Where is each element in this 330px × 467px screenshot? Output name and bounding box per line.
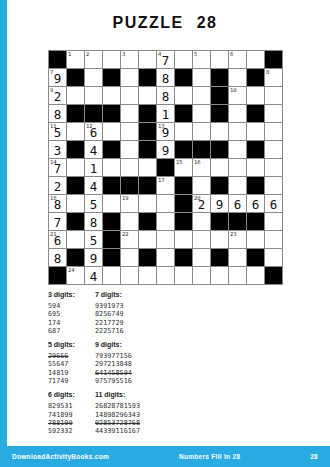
grid-cell[interactable] <box>121 141 138 158</box>
cell-digit: 1 <box>162 107 170 122</box>
cell-digit: 5 <box>90 233 98 248</box>
clue-number: 24 <box>68 267 75 273</box>
grid-cell-black <box>103 231 120 248</box>
clue-number: 3 <box>122 51 125 57</box>
clue-number: 19 <box>122 195 129 201</box>
grid-cell[interactable]: 115 <box>49 123 66 140</box>
grid-cell[interactable]: 2 <box>49 177 66 194</box>
grid-cell[interactable]: 3 <box>49 141 66 158</box>
answer-number: 594 <box>48 302 95 310</box>
grid-cell[interactable] <box>265 141 282 158</box>
grid-cell-black <box>247 141 264 158</box>
clue-number: 20 <box>194 195 201 201</box>
grid-cell-black <box>139 123 156 140</box>
grid-cell[interactable] <box>67 195 84 212</box>
answer-list-section: 11 digits:268287815931489829634392853728… <box>95 391 215 435</box>
clue-number: 1 <box>68 51 71 57</box>
grid-cell-black <box>121 177 138 194</box>
grid-cell[interactable]: 79 <box>49 69 66 86</box>
grid-cell[interactable] <box>67 231 84 248</box>
footer-page-number: 28 <box>310 453 318 460</box>
clue-number: 22 <box>122 231 129 237</box>
grid-cell[interactable]: 147 <box>49 159 66 176</box>
grid-cell[interactable] <box>193 69 210 86</box>
grid-cell[interactable] <box>175 51 192 68</box>
grid-cell[interactable] <box>229 123 246 140</box>
answer-number: 2217729 <box>95 319 215 327</box>
answer-number: 695 <box>48 310 95 318</box>
answer-number: 26828781593 <box>95 402 215 410</box>
answer-list-section: 5 digits:29666556471481971749 <box>48 341 95 385</box>
grid-cell-black <box>175 69 192 86</box>
cell-digit: 7 <box>162 53 170 68</box>
grid-cell[interactable]: 47 <box>157 51 174 68</box>
answer-number: 2225716 <box>95 327 215 335</box>
grid-cell[interactable] <box>265 105 282 122</box>
grid-cell[interactable] <box>193 213 210 230</box>
grid-cell[interactable] <box>139 231 156 248</box>
grid-cell[interactable] <box>157 231 174 248</box>
grid-cell[interactable] <box>175 123 192 140</box>
grid-cell-black <box>175 213 192 230</box>
clue-number: 11 <box>50 123 57 129</box>
grid-cell[interactable]: 16 <box>193 159 210 176</box>
grid-cell-black <box>139 105 156 122</box>
grid-cell-black <box>211 177 228 194</box>
grid-cell[interactable]: 1 <box>157 105 174 122</box>
cell-digit: 5 <box>90 197 98 212</box>
grid-cell-black <box>211 213 228 230</box>
cell-digit: 3 <box>54 143 62 158</box>
grid-cell[interactable] <box>229 105 246 122</box>
grid-cell[interactable] <box>211 231 228 248</box>
grid-cell[interactable] <box>193 105 210 122</box>
clue-number: 14 <box>50 159 57 165</box>
grid-cell[interactable] <box>103 123 120 140</box>
grid-cell[interactable]: 17 <box>157 177 174 194</box>
answer-number: 687 <box>48 327 95 335</box>
grid-cell-black <box>265 51 282 68</box>
grid-cell[interactable] <box>265 177 282 194</box>
cell-digit: 6 <box>234 197 242 212</box>
grid-cell-black <box>229 213 246 230</box>
grid-cell[interactable]: 5 <box>85 195 102 212</box>
cell-digit: 7 <box>54 215 62 230</box>
grid-cell[interactable] <box>121 69 138 86</box>
grid-cell-black <box>247 249 264 266</box>
grid-cell[interactable]: 9 <box>85 249 102 266</box>
clue-number: 17 <box>158 177 165 183</box>
grid-cell-black <box>103 141 120 158</box>
grid-cell[interactable]: 1 <box>85 159 102 176</box>
puzzle-page: PUZZLE 28 123475679889281081115126139349… <box>0 0 330 467</box>
grid-cell[interactable] <box>265 249 282 266</box>
answer-number: 788199 <box>48 419 95 427</box>
grid-cell-black <box>175 195 192 212</box>
answer-number: 55647 <box>48 360 95 368</box>
grid-cell[interactable] <box>121 213 138 230</box>
clue-number: 10 <box>230 87 237 93</box>
grid-cell[interactable]: 9 <box>211 195 228 212</box>
grid-cell[interactable] <box>265 213 282 230</box>
cell-digit: 4 <box>90 269 98 284</box>
grid-cell[interactable]: 8 <box>85 213 102 230</box>
grid-cell-black <box>247 105 264 122</box>
grid-cell[interactable]: 188 <box>49 195 66 212</box>
grid-cell[interactable]: 24 <box>67 267 84 284</box>
answer-number: 14819 <box>48 369 95 377</box>
grid-cell-black <box>103 69 120 86</box>
grid-cell-black <box>211 105 228 122</box>
cell-digit: 2 <box>54 89 62 104</box>
grid-cell[interactable] <box>103 267 120 284</box>
grid-cell[interactable] <box>103 51 120 68</box>
grid-cell[interactable]: 216 <box>49 231 66 248</box>
clue-number: 18 <box>50 195 57 201</box>
answer-number: 592332 <box>48 427 95 435</box>
answer-number: 92853728768 <box>95 419 215 427</box>
grid-cell[interactable]: 8 <box>49 105 66 122</box>
answer-list-row: 6 digits:82953174189978819959233211 digi… <box>48 391 215 435</box>
grid-cell[interactable]: 92 <box>49 87 66 104</box>
grid-cell[interactable] <box>265 123 282 140</box>
grid-cell[interactable] <box>265 231 282 248</box>
grid-cell[interactable] <box>139 51 156 68</box>
answer-list-header: 6 digits: <box>48 391 95 398</box>
answer-list-header: 11 digits: <box>95 391 215 398</box>
grid-cell[interactable] <box>229 267 246 284</box>
clue-number: 2 <box>86 51 89 57</box>
grid-cell[interactable]: 8 <box>49 249 66 266</box>
grid-cell[interactable] <box>121 249 138 266</box>
grid-cell[interactable] <box>193 267 210 284</box>
grid-cell[interactable] <box>67 123 84 140</box>
grid-cell[interactable]: 6 <box>229 51 246 68</box>
grid-cell[interactable] <box>85 87 102 104</box>
grid-cell-black <box>103 105 120 122</box>
answer-number: 44339116167 <box>95 427 215 435</box>
answer-number: 741899 <box>48 411 95 419</box>
grid-cell[interactable] <box>157 249 174 266</box>
grid-cell-black <box>139 141 156 158</box>
grid-cell-black <box>175 105 192 122</box>
answer-number: 793977156 <box>95 352 215 360</box>
grid-cell[interactable] <box>103 195 120 212</box>
answer-list-row: 5 digits:296665564714819717499 digits:79… <box>48 341 215 385</box>
grid-cell[interactable] <box>193 177 210 194</box>
grid-cell-black <box>157 159 174 176</box>
grid-cell[interactable] <box>157 267 174 284</box>
page-title: PUZZLE 28 <box>0 14 330 32</box>
grid-cell[interactable] <box>193 87 210 104</box>
grid-cell-black <box>211 87 228 104</box>
answer-number: 174 <box>48 319 95 327</box>
grid-cell[interactable] <box>247 267 264 284</box>
answer-number: 8256749 <box>95 310 215 318</box>
answer-list-row: 3 digits:5946951746877 digits:9391973825… <box>48 291 215 335</box>
grid-cell[interactable] <box>67 87 84 104</box>
clue-number: 15 <box>176 159 183 165</box>
clue-number: 8 <box>266 69 269 75</box>
grid-cell-black <box>103 213 120 230</box>
cell-digit: 4 <box>90 179 98 194</box>
grid-cell[interactable]: 19 <box>121 195 138 212</box>
clue-number: 13 <box>158 123 165 129</box>
grid-cell[interactable] <box>193 231 210 248</box>
grid-cell-black <box>139 177 156 194</box>
clue-number: 5 <box>194 51 197 57</box>
grid-cell[interactable]: 2 <box>85 51 102 68</box>
grid-cell[interactable]: 6 <box>265 195 282 212</box>
answer-number: 975795516 <box>95 377 215 385</box>
grid-cell[interactable]: 202 <box>193 195 210 212</box>
grid-cell[interactable] <box>175 267 192 284</box>
answer-list-section: 7 digits:9391973825674922177292225716 <box>95 291 215 335</box>
grid-cell[interactable]: 7 <box>49 213 66 230</box>
grid-cell[interactable]: 3 <box>121 51 138 68</box>
grid-cell-black <box>67 177 84 194</box>
grid-cell[interactable]: 23 <box>229 231 246 248</box>
answer-list-section: 9 digits:7939771562972138486414585949757… <box>95 341 215 385</box>
grid-cell-black <box>139 213 156 230</box>
grid-cell[interactable] <box>247 123 264 140</box>
grid-cell-black <box>85 105 102 122</box>
cell-digit: 8 <box>54 251 62 266</box>
grid-cell[interactable]: 5 <box>85 231 102 248</box>
grid-cell[interactable]: 22 <box>121 231 138 248</box>
grid-cell[interactable] <box>67 159 84 176</box>
answer-lists: 3 digits:5946951746877 digits:9391973825… <box>48 291 215 442</box>
grid-cell[interactable] <box>211 51 228 68</box>
grid-cell-black <box>49 51 66 68</box>
grid-cell-black <box>193 141 210 158</box>
grid-cell[interactable] <box>139 87 156 104</box>
cell-digit: 8 <box>162 89 170 104</box>
grid-cell-black <box>247 177 264 194</box>
grid-cell[interactable] <box>229 249 246 266</box>
grid-cell-black <box>265 267 282 284</box>
answer-list-header: 7 digits: <box>95 291 215 298</box>
left-accent-strip <box>0 0 7 467</box>
grid-cell[interactable]: 1 <box>67 51 84 68</box>
cell-digit: 9 <box>54 71 62 86</box>
answer-number: 641458594 <box>95 369 215 377</box>
grid-cell-black <box>175 249 192 266</box>
grid-cell[interactable] <box>229 141 246 158</box>
clue-number: 16 <box>194 159 201 165</box>
grid-cell-black <box>139 69 156 86</box>
clue-number: 4 <box>158 51 161 57</box>
answer-number: 71749 <box>48 377 95 385</box>
grid-cell-black <box>247 213 264 230</box>
footer-bar: DownloadActivityBooks.com Numbers Fill I… <box>0 446 330 467</box>
grid-cell-black <box>247 69 264 86</box>
grid-cell-black <box>67 105 84 122</box>
grid-cell[interactable] <box>265 159 282 176</box>
grid-cell[interactable] <box>175 87 192 104</box>
grid-cell[interactable]: 8 <box>265 69 282 86</box>
clue-number: 6 <box>230 51 233 57</box>
grid-cell[interactable] <box>157 195 174 212</box>
cell-digit: 4 <box>90 143 98 158</box>
grid-cell[interactable]: 4 <box>85 141 102 158</box>
answer-list-header: 9 digits: <box>95 341 215 348</box>
grid-cell[interactable]: 6 <box>247 195 264 212</box>
grid-cell[interactable]: 8 <box>157 87 174 104</box>
grid-cell-black <box>67 69 84 86</box>
grid-cell[interactable]: 4 <box>85 267 102 284</box>
grid-cell[interactable] <box>229 177 246 194</box>
grid-cell[interactable] <box>157 213 174 230</box>
grid-cell[interactable]: 15 <box>175 159 192 176</box>
grid-cell[interactable] <box>121 123 138 140</box>
cell-digit: 9 <box>162 143 170 158</box>
grid-cell[interactable] <box>247 159 264 176</box>
grid-cell-black <box>103 249 120 266</box>
answer-number: 829531 <box>48 402 95 410</box>
grid-cell[interactable]: 4 <box>85 177 102 194</box>
grid-cell-black <box>67 141 84 158</box>
grid-cell[interactable] <box>139 267 156 284</box>
clue-number: 7 <box>50 69 53 75</box>
answer-number: 29666 <box>48 352 95 360</box>
cell-digit: 6 <box>252 197 260 212</box>
grid-cell[interactable]: 10 <box>229 87 246 104</box>
grid-cell[interactable] <box>103 159 120 176</box>
answer-list-section: 6 digits:829531741899788199592332 <box>48 391 95 435</box>
cell-digit: 9 <box>90 251 98 266</box>
grid-cell-black <box>49 267 66 284</box>
grid-cell[interactable]: 9 <box>157 141 174 158</box>
cell-digit: 2 <box>54 179 62 194</box>
grid-cell[interactable] <box>211 123 228 140</box>
grid-cell[interactable]: 126 <box>85 123 102 140</box>
grid-cell[interactable]: 8 <box>157 69 174 86</box>
grid-cell[interactable] <box>265 87 282 104</box>
grid-cell-black <box>67 213 84 230</box>
footer-puzzle-label: Numbers Fill In 28 <box>179 453 240 460</box>
answer-list-header: 3 digits: <box>48 291 95 298</box>
grid-cell-black <box>103 177 120 194</box>
grid-cell[interactable] <box>247 51 264 68</box>
grid-cell[interactable] <box>175 231 192 248</box>
cell-digit: 1 <box>90 161 98 176</box>
clue-number: 12 <box>86 123 93 129</box>
cell-digit: 9 <box>216 197 224 212</box>
grid-cell-black <box>175 177 192 194</box>
puzzle-grid: 1234756798892810811151261393491471151624… <box>48 50 283 285</box>
grid-cell[interactable] <box>121 87 138 104</box>
cell-digit: 8 <box>90 215 98 230</box>
answer-list-header: 5 digits: <box>48 341 95 348</box>
clue-number: 9 <box>50 87 53 93</box>
grid-cell[interactable] <box>121 159 138 176</box>
grid-cell[interactable] <box>193 123 210 140</box>
grid-cell[interactable] <box>139 159 156 176</box>
grid-cell[interactable] <box>211 267 228 284</box>
grid-cell[interactable]: 139 <box>157 123 174 140</box>
cell-digit: 8 <box>162 71 170 86</box>
grid-cell[interactable] <box>85 69 102 86</box>
grid-cell[interactable] <box>193 249 210 266</box>
answer-number: 297213848 <box>95 360 215 368</box>
grid-cell[interactable] <box>229 69 246 86</box>
grid-cell[interactable] <box>139 195 156 212</box>
grid-cell-black <box>175 141 192 158</box>
cell-digit: 8 <box>54 107 62 122</box>
answer-number: 9391973 <box>95 302 215 310</box>
footer-site-link[interactable]: DownloadActivityBooks.com <box>12 453 109 460</box>
grid-cell-black <box>67 249 84 266</box>
answer-list-section: 3 digits:594695174687 <box>48 291 95 335</box>
grid-cell[interactable] <box>121 105 138 122</box>
grid-cell[interactable] <box>229 159 246 176</box>
grid-cell[interactable]: 6 <box>229 195 246 212</box>
grid-cell[interactable] <box>247 87 264 104</box>
grid-cell[interactable] <box>103 87 120 104</box>
grid-cell-black <box>139 249 156 266</box>
grid-cell[interactable]: 5 <box>193 51 210 68</box>
grid-cell[interactable] <box>121 267 138 284</box>
clue-number: 21 <box>50 231 57 237</box>
answer-number: 14898296343 <box>95 411 215 419</box>
grid-cell-black <box>211 69 228 86</box>
grid-cell[interactable] <box>211 159 228 176</box>
clue-number: 23 <box>230 231 237 237</box>
grid-cell-black <box>211 249 228 266</box>
grid-cell-black <box>211 141 228 158</box>
grid-cell[interactable] <box>247 231 264 248</box>
cell-digit: 6 <box>270 197 278 212</box>
